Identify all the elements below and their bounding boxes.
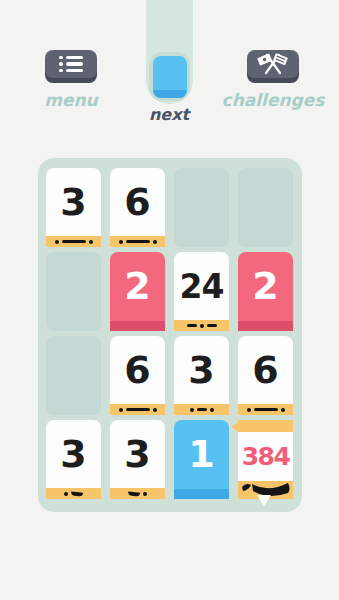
face-mark-line [254, 408, 278, 412]
tile-bottom-band [46, 236, 101, 247]
tile-384[interactable]: 384 [238, 420, 293, 499]
tile-value: 2 [110, 252, 165, 320]
mega-tile-top-band [238, 420, 293, 432]
tile-value: 3 [46, 168, 101, 236]
face-mark-dot [281, 408, 285, 412]
face-mark-dot [153, 408, 157, 412]
tile-bottom-band [110, 321, 165, 331]
face-mark-dot [64, 492, 68, 496]
cell-r1c2: 6 [110, 168, 165, 247]
face-mark-curl [71, 491, 83, 496]
face-mark-dot [55, 240, 59, 244]
tile-6[interactable]: 6 [110, 336, 165, 415]
face-mark-dash [207, 324, 217, 328]
face-mark-dot [200, 324, 204, 328]
face-mark-dot [143, 492, 147, 496]
cell-r4c3: 1 [174, 420, 229, 499]
tile-value: 3 [46, 420, 101, 488]
tile-6[interactable]: 6 [238, 336, 293, 415]
menu-button-label: menu [21, 90, 121, 108]
next-tile-strip [146, 0, 193, 104]
face-mark-curl [128, 491, 140, 496]
tile-value: 6 [110, 168, 165, 236]
tile-value: 1 [174, 420, 229, 488]
tile-1[interactable]: 1 [174, 420, 229, 499]
cell-r2c4: 2 [238, 252, 293, 331]
face-mark-dot [119, 240, 123, 244]
tile-value: 3 [174, 336, 229, 404]
menu-button[interactable] [45, 50, 97, 78]
face-mark-dot [190, 408, 194, 412]
crossed-flags-icon [256, 52, 290, 76]
face-mark-dot [210, 408, 214, 412]
face-mark-line [126, 408, 150, 412]
tile-24[interactable]: 24 [174, 252, 229, 331]
cell-r1c3 [174, 168, 229, 247]
cell-r4c4: 384 [238, 420, 293, 499]
tile-value: 384 [238, 432, 293, 481]
face-mark-dash [187, 324, 197, 328]
game-board[interactable]: 362242636331384 [38, 158, 302, 512]
cell-r1c1: 3 [46, 168, 101, 247]
cell-r2c1 [46, 252, 101, 331]
tile-bottom-band [238, 404, 293, 415]
face-mark-line [62, 240, 86, 244]
tile-2[interactable]: 2 [110, 252, 165, 331]
cell-r3c1 [46, 336, 101, 415]
tile-value: 2 [238, 252, 293, 320]
face-mark-dash [197, 408, 207, 412]
tile-3[interactable]: 3 [46, 420, 101, 499]
tooth-icon [257, 495, 271, 506]
cell-r3c4: 6 [238, 336, 293, 415]
cell-r3c2: 6 [110, 336, 165, 415]
face-mark-dot [153, 240, 157, 244]
face-mark-dot [119, 408, 123, 412]
list-icon [59, 56, 83, 73]
challenges-button[interactable] [247, 50, 299, 78]
face-mark-dot [247, 408, 251, 412]
cell-r2c2: 2 [110, 252, 165, 331]
tile-bottom-band [110, 404, 165, 415]
cell-r1c4 [238, 168, 293, 247]
tile-bottom-band [110, 488, 165, 499]
challenges-button-label: challenges [193, 90, 339, 108]
tile-bottom-band [238, 321, 293, 331]
mega-tile-notch [231, 422, 239, 432]
tile-bottom-band [46, 488, 101, 499]
cell-r2c3: 24 [174, 252, 229, 331]
face-mark-line [126, 240, 150, 244]
tile-bottom-band [174, 320, 229, 331]
cell-r3c3: 3 [174, 336, 229, 415]
cell-r4c1: 3 [46, 420, 101, 499]
tile-bottom-band [174, 404, 229, 415]
tile-3[interactable]: 3 [174, 336, 229, 415]
tile-bottom-band [110, 236, 165, 247]
next-tile-well [149, 52, 190, 101]
tile-value: 6 [238, 336, 293, 404]
next-tile-preview [153, 56, 187, 98]
tile-3[interactable]: 3 [110, 420, 165, 499]
tile-value: 24 [174, 252, 229, 320]
tile-3[interactable]: 3 [46, 168, 101, 247]
tile-value: 6 [110, 336, 165, 404]
tile-value: 3 [110, 420, 165, 488]
tile-6[interactable]: 6 [110, 168, 165, 247]
tile-bottom-band [174, 489, 229, 499]
cell-r4c2: 3 [110, 420, 165, 499]
tile-2[interactable]: 2 [238, 252, 293, 331]
next-tile-edge [153, 90, 187, 98]
face-mark-dot [89, 240, 93, 244]
